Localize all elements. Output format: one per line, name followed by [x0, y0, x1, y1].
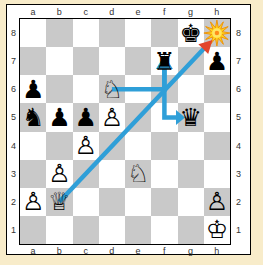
- square-c1[interactable]: [73, 216, 99, 244]
- piece-white-pawn[interactable]: ♙: [206, 189, 228, 214]
- square-h1[interactable]: ♔: [204, 216, 230, 244]
- file-label-top-d: d: [109, 7, 114, 16]
- rank-label-left-4: 4: [11, 141, 16, 150]
- square-f8[interactable]: [151, 19, 177, 47]
- rank-label-right-3: 3: [236, 169, 241, 178]
- square-h5[interactable]: [204, 103, 230, 131]
- square-e3[interactable]: ♘: [125, 160, 151, 188]
- file-label-top-b: b: [57, 7, 62, 16]
- square-e4[interactable]: [125, 132, 151, 160]
- square-d6[interactable]: ♘: [99, 75, 125, 103]
- rank-label-right-1: 1: [236, 225, 241, 234]
- piece-black-pawn[interactable]: ♟: [48, 105, 70, 130]
- square-a5[interactable]: ♞: [20, 103, 46, 131]
- square-h4[interactable]: [204, 132, 230, 160]
- square-f6[interactable]: [151, 75, 177, 103]
- file-label-bottom-h: h: [214, 246, 219, 255]
- square-a6[interactable]: ♟: [20, 75, 46, 103]
- piece-white-queen[interactable]: ♕: [48, 189, 70, 214]
- square-a7[interactable]: [20, 47, 46, 75]
- square-d3[interactable]: [99, 160, 125, 188]
- square-e7[interactable]: [125, 47, 151, 75]
- square-g8[interactable]: ♚: [178, 19, 204, 47]
- file-label-top-a: a: [31, 7, 36, 16]
- piece-white-knight[interactable]: ♘: [101, 77, 123, 102]
- piece-white-pawn[interactable]: ♙: [74, 133, 96, 158]
- square-g1[interactable]: [178, 216, 204, 244]
- square-c5[interactable]: ♟: [73, 103, 99, 131]
- square-a1[interactable]: [20, 216, 46, 244]
- piece-black-rook[interactable]: ♜: [153, 49, 175, 74]
- square-a8[interactable]: [20, 19, 46, 47]
- rank-label-left-6: 6: [11, 85, 16, 94]
- square-h8[interactable]: [204, 19, 230, 47]
- square-c2[interactable]: [73, 188, 99, 216]
- square-e5[interactable]: [125, 103, 151, 131]
- square-e6[interactable]: [125, 75, 151, 103]
- piece-black-pawn[interactable]: ♟: [74, 105, 96, 130]
- square-d7[interactable]: [99, 47, 125, 75]
- rank-label-left-2: 2: [11, 197, 16, 206]
- square-h7[interactable]: ♟: [204, 47, 230, 75]
- diagram-panel: ♚♜♟♟♘♞♟♟♙♛♙♙♘♙♕♙♔ aabbccddeeffgghh887766…: [6, 4, 251, 255]
- rank-label-left-1: 1: [11, 225, 16, 234]
- piece-black-king[interactable]: ♚: [179, 21, 201, 46]
- square-c8[interactable]: [73, 19, 99, 47]
- file-label-bottom-b: b: [57, 246, 62, 255]
- rank-label-right-5: 5: [236, 113, 241, 122]
- square-f5[interactable]: [151, 103, 177, 131]
- file-label-bottom-d: d: [109, 246, 114, 255]
- square-a3[interactable]: [20, 160, 46, 188]
- file-label-bottom-g: g: [188, 246, 193, 255]
- square-b3[interactable]: ♙: [46, 160, 72, 188]
- rank-label-left-8: 8: [11, 29, 16, 38]
- square-h3[interactable]: [204, 160, 230, 188]
- square-d2[interactable]: [99, 188, 125, 216]
- square-c7[interactable]: [73, 47, 99, 75]
- square-e1[interactable]: [125, 216, 151, 244]
- chess-diagram-screenshot: { "game": "chess", "position": "6k1/5r1p…: [0, 0, 263, 265]
- file-label-top-g: g: [188, 7, 193, 16]
- square-c6[interactable]: [73, 75, 99, 103]
- chess-board: ♚♜♟♟♘♞♟♟♙♛♙♙♘♙♕♙♔: [20, 19, 230, 244]
- piece-black-queen[interactable]: ♛: [179, 105, 201, 130]
- square-a4[interactable]: [20, 132, 46, 160]
- square-g4[interactable]: [178, 132, 204, 160]
- square-f4[interactable]: [151, 132, 177, 160]
- file-label-top-h: h: [214, 7, 219, 16]
- file-label-bottom-a: a: [31, 246, 36, 255]
- square-c4[interactable]: ♙: [73, 132, 99, 160]
- square-b4[interactable]: [46, 132, 72, 160]
- square-d1[interactable]: [99, 216, 125, 244]
- file-label-bottom-e: e: [136, 246, 141, 255]
- square-f2[interactable]: [151, 188, 177, 216]
- piece-white-pawn[interactable]: ♙: [101, 105, 123, 130]
- square-b6[interactable]: [46, 75, 72, 103]
- file-label-top-e: e: [136, 7, 141, 16]
- square-c3[interactable]: [73, 160, 99, 188]
- square-f7[interactable]: ♜: [151, 47, 177, 75]
- board-frame: ♚♜♟♟♘♞♟♟♙♛♙♙♘♙♕♙♔: [19, 18, 231, 245]
- piece-black-knight[interactable]: ♞: [22, 105, 44, 130]
- square-f3[interactable]: [151, 160, 177, 188]
- square-h6[interactable]: [204, 75, 230, 103]
- piece-white-pawn[interactable]: ♙: [48, 161, 70, 186]
- square-d4[interactable]: [99, 132, 125, 160]
- square-b8[interactable]: [46, 19, 72, 47]
- rank-label-right-7: 7: [236, 57, 241, 66]
- piece-black-pawn[interactable]: ♟: [206, 49, 228, 74]
- rank-label-right-8: 8: [236, 29, 241, 38]
- square-g3[interactable]: [178, 160, 204, 188]
- square-b5[interactable]: ♟: [46, 103, 72, 131]
- file-label-top-f: f: [163, 7, 166, 16]
- square-a2[interactable]: ♙: [20, 188, 46, 216]
- square-e2[interactable]: [125, 188, 151, 216]
- square-b7[interactable]: [46, 47, 72, 75]
- rank-label-left-3: 3: [11, 169, 16, 178]
- file-label-bottom-c: c: [83, 246, 88, 255]
- piece-white-king[interactable]: ♔: [206, 217, 228, 242]
- rank-label-right-4: 4: [236, 141, 241, 150]
- rank-label-left-7: 7: [11, 57, 16, 66]
- square-d5[interactable]: ♙: [99, 103, 125, 131]
- piece-black-pawn[interactable]: ♟: [22, 77, 44, 102]
- square-h2[interactable]: ♙: [204, 188, 230, 216]
- square-b1[interactable]: [46, 216, 72, 244]
- square-f1[interactable]: [151, 216, 177, 244]
- file-label-bottom-f: f: [163, 246, 166, 255]
- square-e8[interactable]: [125, 19, 151, 47]
- square-g6[interactable]: [178, 75, 204, 103]
- rank-label-right-6: 6: [236, 85, 241, 94]
- square-g2[interactable]: [178, 188, 204, 216]
- square-d8[interactable]: [99, 19, 125, 47]
- rank-label-right-2: 2: [236, 197, 241, 206]
- rank-label-left-5: 5: [11, 113, 16, 122]
- square-g7[interactable]: [178, 47, 204, 75]
- piece-white-knight[interactable]: ♘: [127, 161, 149, 186]
- square-b2[interactable]: ♕: [46, 188, 72, 216]
- square-g5[interactable]: ♛: [178, 103, 204, 131]
- file-label-top-c: c: [83, 7, 88, 16]
- piece-white-pawn[interactable]: ♙: [22, 189, 44, 214]
